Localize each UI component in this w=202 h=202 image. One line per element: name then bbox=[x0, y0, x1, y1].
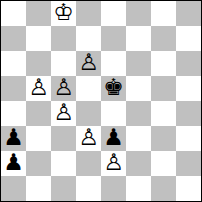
square-g4[interactable] bbox=[151, 101, 176, 126]
square-c1[interactable] bbox=[51, 176, 76, 201]
square-h5[interactable] bbox=[176, 76, 201, 101]
square-d7[interactable] bbox=[76, 26, 101, 51]
square-a5[interactable] bbox=[1, 76, 26, 101]
square-b2[interactable] bbox=[26, 151, 51, 176]
white-pawn-c5[interactable]: ♙ bbox=[53, 75, 74, 100]
square-e1[interactable] bbox=[101, 176, 126, 201]
square-a4[interactable] bbox=[1, 101, 26, 126]
square-f8[interactable] bbox=[126, 1, 151, 26]
black-king-e5[interactable]: ♚ bbox=[103, 75, 124, 100]
square-d8[interactable] bbox=[76, 1, 101, 26]
square-c2[interactable] bbox=[51, 151, 76, 176]
square-g1[interactable] bbox=[151, 176, 176, 201]
square-h7[interactable] bbox=[176, 26, 201, 51]
square-f4[interactable] bbox=[126, 101, 151, 126]
white-pawn-e2[interactable]: ♙ bbox=[103, 150, 124, 175]
square-d3[interactable]: ♙ bbox=[76, 126, 101, 151]
square-g3[interactable] bbox=[151, 126, 176, 151]
square-h2[interactable] bbox=[176, 151, 201, 176]
square-e2[interactable]: ♙ bbox=[101, 151, 126, 176]
square-e7[interactable] bbox=[101, 26, 126, 51]
square-g8[interactable] bbox=[151, 1, 176, 26]
black-pawn-a2[interactable]: ♟ bbox=[3, 150, 24, 175]
square-f5[interactable] bbox=[126, 76, 151, 101]
square-b4[interactable] bbox=[26, 101, 51, 126]
square-c5[interactable]: ♙ bbox=[51, 76, 76, 101]
square-h4[interactable] bbox=[176, 101, 201, 126]
black-pawn-a3[interactable]: ♟ bbox=[3, 125, 24, 150]
square-d4[interactable] bbox=[76, 101, 101, 126]
chess-board: ♔♙♙♙♚♙♟♙♟♟♙ bbox=[0, 0, 202, 202]
square-d5[interactable] bbox=[76, 76, 101, 101]
square-f1[interactable] bbox=[126, 176, 151, 201]
square-f6[interactable] bbox=[126, 51, 151, 76]
square-e4[interactable] bbox=[101, 101, 126, 126]
square-c8[interactable]: ♔ bbox=[51, 1, 76, 26]
square-e3[interactable]: ♟ bbox=[101, 126, 126, 151]
square-d6[interactable]: ♙ bbox=[76, 51, 101, 76]
square-g2[interactable] bbox=[151, 151, 176, 176]
square-b6[interactable] bbox=[26, 51, 51, 76]
square-a6[interactable] bbox=[1, 51, 26, 76]
white-king-c8[interactable]: ♔ bbox=[53, 0, 74, 25]
square-b7[interactable] bbox=[26, 26, 51, 51]
square-e8[interactable] bbox=[101, 1, 126, 26]
square-c3[interactable] bbox=[51, 126, 76, 151]
square-h8[interactable] bbox=[176, 1, 201, 26]
square-g7[interactable] bbox=[151, 26, 176, 51]
square-g6[interactable] bbox=[151, 51, 176, 76]
square-c7[interactable] bbox=[51, 26, 76, 51]
square-f2[interactable] bbox=[126, 151, 151, 176]
square-d1[interactable] bbox=[76, 176, 101, 201]
black-pawn-e3[interactable]: ♟ bbox=[103, 125, 124, 150]
white-pawn-d3[interactable]: ♙ bbox=[78, 125, 99, 150]
square-h3[interactable] bbox=[176, 126, 201, 151]
square-a8[interactable] bbox=[1, 1, 26, 26]
square-f3[interactable] bbox=[126, 126, 151, 151]
square-a2[interactable]: ♟ bbox=[1, 151, 26, 176]
square-d2[interactable] bbox=[76, 151, 101, 176]
square-b3[interactable] bbox=[26, 126, 51, 151]
white-pawn-c4[interactable]: ♙ bbox=[53, 100, 74, 125]
white-pawn-b5[interactable]: ♙ bbox=[28, 75, 49, 100]
white-pawn-d6[interactable]: ♙ bbox=[78, 50, 99, 75]
square-h1[interactable] bbox=[176, 176, 201, 201]
square-h6[interactable] bbox=[176, 51, 201, 76]
square-b5[interactable]: ♙ bbox=[26, 76, 51, 101]
square-g5[interactable] bbox=[151, 76, 176, 101]
square-e6[interactable] bbox=[101, 51, 126, 76]
square-b8[interactable] bbox=[26, 1, 51, 26]
chess-diagram: ♔♙♙♙♚♙♟♙♟♟♙ bbox=[0, 0, 202, 202]
square-a1[interactable] bbox=[1, 176, 26, 201]
square-c4[interactable]: ♙ bbox=[51, 101, 76, 126]
square-c6[interactable] bbox=[51, 51, 76, 76]
square-a3[interactable]: ♟ bbox=[1, 126, 26, 151]
square-f7[interactable] bbox=[126, 26, 151, 51]
square-e5[interactable]: ♚ bbox=[101, 76, 126, 101]
square-a7[interactable] bbox=[1, 26, 26, 51]
square-b1[interactable] bbox=[26, 176, 51, 201]
